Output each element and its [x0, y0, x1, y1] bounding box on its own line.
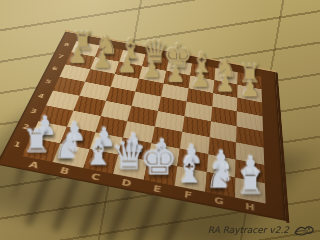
- black-pawn[interactable]: ♟: [92, 48, 112, 70]
- square-d5[interactable]: [132, 92, 161, 111]
- renderer-caption-text: RA Raytracer v2.2: [208, 225, 289, 235]
- square-g1[interactable]: ♞: [205, 172, 236, 198]
- black-pawn[interactable]: ♟: [166, 63, 186, 85]
- white-bishop[interactable]: ♝: [173, 152, 205, 188]
- black-pawn[interactable]: ♟: [240, 77, 260, 99]
- white-bishop[interactable]: ♝: [82, 134, 114, 170]
- white-knight[interactable]: ♞: [205, 160, 235, 194]
- black-pawn[interactable]: ♟: [191, 68, 211, 90]
- black-pawn[interactable]: ♟: [117, 53, 137, 75]
- white-rook[interactable]: ♜: [236, 167, 265, 199]
- white-knight[interactable]: ♞: [53, 131, 83, 165]
- black-pawn[interactable]: ♟: [215, 72, 235, 94]
- black-pawn[interactable]: ♟: [68, 44, 88, 66]
- renderer-caption: RA Raytracer v2.2: [208, 223, 315, 237]
- raytraced-chess-scene: 87654321 ABCDEFGH ♜♞♝♛♚♝♞♜♟♟♟♟♟♟♟♟♟♟♟♟♟♟…: [0, 0, 320, 240]
- white-rook[interactable]: ♜: [23, 126, 52, 158]
- scribble-logo-icon: [293, 223, 315, 237]
- black-pawn[interactable]: ♟: [142, 58, 162, 80]
